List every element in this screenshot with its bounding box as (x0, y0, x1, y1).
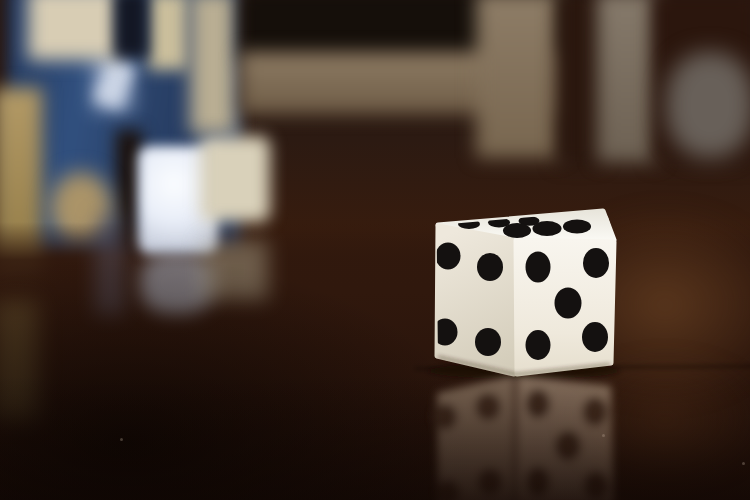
pip-front-3 (555, 288, 582, 319)
pip-reflection-front-5 (582, 397, 608, 427)
pip-reflection-front-2 (583, 471, 609, 500)
pip-front-5 (582, 322, 608, 352)
pip-front-2 (583, 248, 609, 278)
pip-reflection-left-4 (475, 393, 501, 421)
die-reflection (433, 375, 615, 500)
pip-reflection-front-3 (555, 431, 582, 462)
pip-left-1 (436, 243, 461, 270)
photo-stage (0, 0, 750, 500)
pip-front-1 (526, 252, 551, 283)
pip-reflection-front-4 (526, 389, 551, 419)
pip-reflection-left-3 (433, 404, 458, 431)
main-die-svg (0, 0, 750, 500)
pip-top-5 (533, 221, 562, 236)
pip-left-2 (477, 253, 503, 281)
pip-top-4 (503, 223, 531, 238)
pip-top-6 (563, 220, 591, 234)
pip-front-4 (526, 330, 551, 360)
pip-left-4 (475, 328, 501, 356)
main-die (433, 211, 615, 375)
pip-reflection-left-2 (477, 468, 503, 496)
pip-reflection-front-1 (526, 467, 551, 498)
